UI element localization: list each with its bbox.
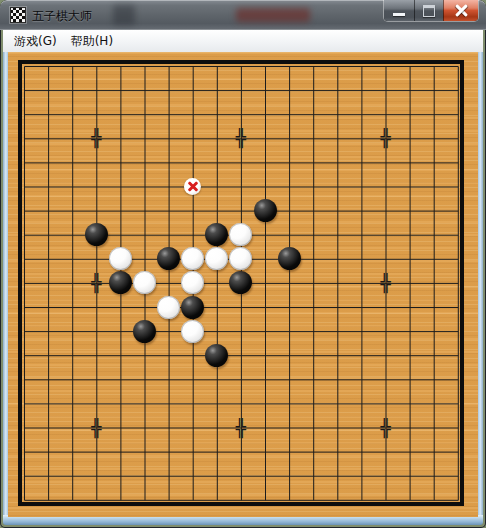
white-stone	[181, 320, 204, 343]
star-point: ╬	[232, 419, 250, 437]
window-title: 五子棋大师	[32, 8, 92, 24]
black-stone	[254, 199, 277, 222]
black-stone	[85, 223, 108, 246]
app-icon	[10, 7, 26, 23]
star-point: ╬	[377, 274, 395, 292]
black-stone	[278, 247, 301, 270]
aero-glass-reflection	[113, 5, 135, 25]
menu-game[interactable]: 游戏(G)	[7, 31, 64, 51]
star-point: ╬	[232, 129, 250, 147]
black-stone	[133, 320, 156, 343]
maximize-icon	[423, 5, 435, 17]
window-controls	[384, 0, 478, 21]
maximize-button[interactable]	[414, 0, 443, 21]
minimize-button[interactable]	[384, 0, 414, 21]
menubar: 游戏(G) 帮助(H)	[3, 30, 483, 53]
star-point: ╬	[87, 129, 105, 147]
app-window: 五子棋大师 游戏(G) 帮助(H) ╬╬╬╬╬╬╬╬╬	[0, 0, 486, 528]
star-point: ╬	[377, 419, 395, 437]
white-stone	[157, 296, 180, 319]
background-window-blur	[236, 8, 310, 22]
black-stone	[205, 344, 228, 367]
star-point: ╬	[87, 274, 105, 292]
close-button[interactable]	[443, 0, 478, 21]
star-point: ╬	[87, 419, 105, 437]
gomoku-board[interactable]: ╬╬╬╬╬╬╬╬╬	[8, 52, 478, 517]
black-stone	[181, 296, 204, 319]
menu-help[interactable]: 帮助(H)	[64, 31, 120, 51]
minimize-icon	[393, 13, 405, 16]
close-icon	[455, 4, 468, 17]
titlebar[interactable]: 五子棋大师	[0, 0, 486, 30]
star-point: ╬	[377, 129, 395, 147]
window-frame-right	[478, 52, 483, 518]
